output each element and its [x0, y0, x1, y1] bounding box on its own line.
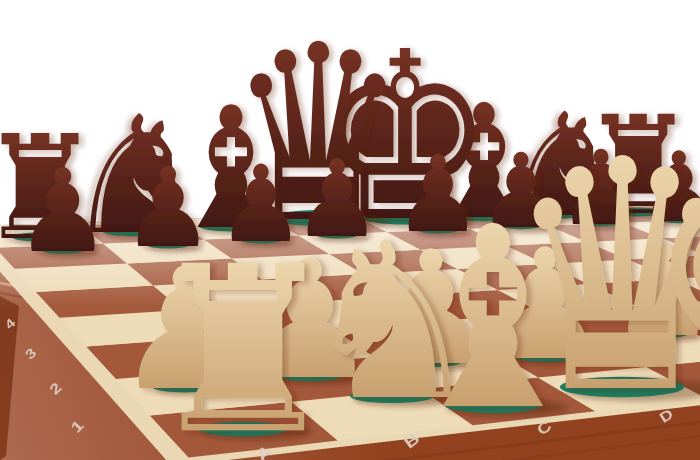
pawn-glyph: ♟	[16, 144, 111, 278]
piece-white-rook-a1: ♜	[145, 218, 340, 460]
king-glyph: ♚	[642, 74, 700, 460]
piece-white-king-e1: ♚	[642, 74, 700, 460]
piece-white-bishop-c1: ♝	[397, 173, 588, 460]
chess-set-photo: ABCD1234♜♞♝♚♛♟♟♝♟♟♞♟♜♟♟♟♟♟♟♟♟♛♞♚♝♜	[0, 0, 700, 460]
piece-black-pawn-a7: ♟	[16, 144, 111, 278]
bishop-glyph: ♝	[397, 173, 588, 460]
rook-glyph: ♜	[145, 218, 340, 460]
chess-board-scene: ABCD1234♜♞♝♚♛♟♟♝♟♟♞♟♜♟♟♟♟♟♟♟♟♛♞♚♝♜	[0, 0, 700, 460]
